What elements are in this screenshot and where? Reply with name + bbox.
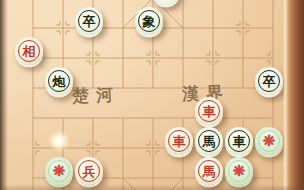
- piece-hidden-face-down[interactable]: ❋: [45, 157, 73, 185]
- piece-character: ❋: [48, 160, 70, 182]
- xiangqi-game-screen: 楚河 漢界 卒象相炮卒車車馬車❋❋兵馬❋: [0, 0, 304, 190]
- piece-hidden-face-down[interactable]: ❋: [225, 157, 253, 185]
- piece-red-elephant[interactable]: 相: [15, 37, 43, 65]
- piece-black-soldier[interactable]: 卒: [75, 7, 103, 35]
- piece-black-cannon[interactable]: 炮: [45, 67, 73, 95]
- piece-character: 車: [168, 130, 190, 152]
- piece-red-chariot[interactable]: 車: [165, 127, 193, 155]
- piece-character: 象: [138, 10, 160, 32]
- piece-hidden-face-down[interactable]: ❋: [255, 127, 283, 155]
- river-label-left: 楚河: [72, 83, 121, 108]
- board-right-edge: [283, 0, 304, 190]
- piece-character: ❋: [258, 130, 280, 152]
- piece-character: 相: [18, 40, 40, 62]
- piece-red-horse[interactable]: 馬: [195, 157, 223, 185]
- board-left-edge: [0, 0, 8, 190]
- piece-red-soldier[interactable]: 兵: [75, 157, 103, 185]
- piece-character: 車: [228, 130, 250, 152]
- piece-black-elephant[interactable]: 象: [135, 7, 163, 35]
- piece-black-soldier[interactable]: 卒: [255, 67, 283, 95]
- piece-black-horse[interactable]: 馬: [195, 127, 223, 155]
- piece-character: [156, 0, 176, 1]
- piece-character: 馬: [198, 160, 220, 182]
- piece-character: 馬: [198, 130, 220, 152]
- piece-character: 卒: [258, 70, 280, 92]
- piece-black-chariot[interactable]: 車: [225, 127, 253, 155]
- board-bottom-shade: [0, 184, 304, 190]
- last-move-indicator-dot[interactable]: [48, 130, 70, 152]
- piece-character: 卒: [78, 10, 100, 32]
- piece-character: ❋: [228, 160, 250, 182]
- piece-red-chariot[interactable]: 車: [195, 97, 223, 125]
- piece-character: 兵: [78, 160, 100, 182]
- piece-character: 車: [198, 100, 220, 122]
- piece-character: 炮: [48, 70, 70, 92]
